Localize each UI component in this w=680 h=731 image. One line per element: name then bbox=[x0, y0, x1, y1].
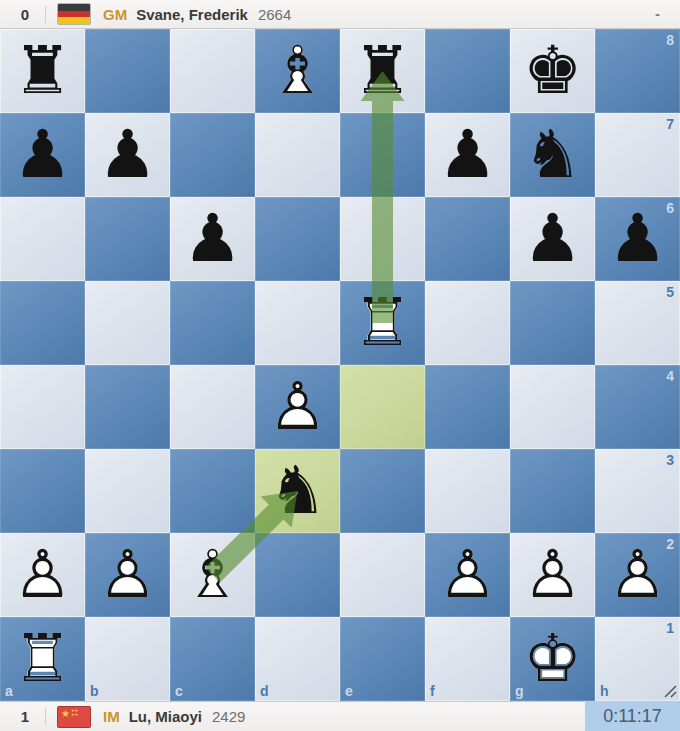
square-e2[interactable] bbox=[340, 533, 425, 617]
top-player-name: Svane, Frederik bbox=[136, 6, 248, 23]
china-flag-icon: ★★★★★ bbox=[57, 706, 91, 728]
square-b8[interactable] bbox=[85, 29, 170, 113]
square-b4[interactable] bbox=[85, 365, 170, 449]
square-b3[interactable] bbox=[85, 449, 170, 533]
square-f2[interactable]: ♟♙ bbox=[425, 533, 510, 617]
black-knight[interactable]: ♞ bbox=[255, 449, 340, 533]
square-a4[interactable] bbox=[0, 365, 85, 449]
square-d1[interactable]: d bbox=[255, 617, 340, 701]
black-pawn[interactable]: ♟ bbox=[0, 113, 85, 197]
square-c3[interactable] bbox=[170, 449, 255, 533]
square-d7[interactable] bbox=[255, 113, 340, 197]
square-h2[interactable]: 2♟♙ bbox=[595, 533, 680, 617]
black-rook[interactable]: ♜ bbox=[0, 29, 85, 113]
square-a2[interactable]: ♟♙ bbox=[0, 533, 85, 617]
square-h4[interactable]: 4 bbox=[595, 365, 680, 449]
square-a5[interactable] bbox=[0, 281, 85, 365]
square-e3[interactable] bbox=[340, 449, 425, 533]
top-player-bar[interactable]: 0 GM Svane, Frederik 2664 - bbox=[0, 0, 680, 29]
white-rook[interactable]: ♜♖ bbox=[0, 617, 85, 701]
square-e4[interactable] bbox=[340, 365, 425, 449]
file-label-f: f bbox=[430, 683, 435, 699]
bottom-player-score: 1 bbox=[14, 708, 36, 725]
rank-label-3: 3 bbox=[666, 452, 674, 468]
black-pawn[interactable]: ♟ bbox=[170, 197, 255, 281]
square-d5[interactable] bbox=[255, 281, 340, 365]
white-pawn[interactable]: ♟♙ bbox=[85, 533, 170, 617]
file-label-d: d bbox=[260, 683, 269, 699]
bottom-player-title: IM bbox=[103, 708, 120, 725]
square-e6[interactable] bbox=[340, 197, 425, 281]
square-g4[interactable] bbox=[510, 365, 595, 449]
square-h8[interactable]: 8 bbox=[595, 29, 680, 113]
square-a6[interactable] bbox=[0, 197, 85, 281]
black-pawn[interactable]: ♟ bbox=[425, 113, 510, 197]
square-c5[interactable] bbox=[170, 281, 255, 365]
white-clock-placeholder[interactable]: - bbox=[649, 9, 666, 19]
square-e1[interactable]: e bbox=[340, 617, 425, 701]
square-h5[interactable]: 5 bbox=[595, 281, 680, 365]
square-g2[interactable]: ♟♙ bbox=[510, 533, 595, 617]
square-g1[interactable]: g♚♔ bbox=[510, 617, 595, 701]
chessbase-board-window: 0 GM Svane, Frederik 2664 - ♜♝♗♜♚8♟♟♟♞7♟… bbox=[0, 0, 680, 731]
square-d4[interactable]: ♟♙ bbox=[255, 365, 340, 449]
bottom-player-rating: 2429 bbox=[212, 708, 245, 725]
square-e8[interactable]: ♜ bbox=[340, 29, 425, 113]
white-bishop[interactable]: ♝♗ bbox=[170, 533, 255, 617]
square-b2[interactable]: ♟♙ bbox=[85, 533, 170, 617]
square-f1[interactable]: f bbox=[425, 617, 510, 701]
black-knight[interactable]: ♞ bbox=[510, 113, 595, 197]
square-d2[interactable] bbox=[255, 533, 340, 617]
white-rook[interactable]: ♜♖ bbox=[340, 281, 425, 365]
file-label-e: e bbox=[345, 683, 353, 699]
rank-label-1: 1 bbox=[666, 620, 674, 636]
square-f3[interactable] bbox=[425, 449, 510, 533]
square-e5[interactable]: ♜♖ bbox=[340, 281, 425, 365]
file-label-b: b bbox=[90, 683, 99, 699]
top-player-title: GM bbox=[103, 6, 127, 23]
square-b5[interactable] bbox=[85, 281, 170, 365]
square-e7[interactable] bbox=[340, 113, 425, 197]
white-king[interactable]: ♚♔ bbox=[510, 617, 595, 701]
square-b7[interactable]: ♟ bbox=[85, 113, 170, 197]
bottom-player-bar[interactable]: 1 ★★★★★ IM Lu, Miaoyi 2429 0:11:17 bbox=[0, 701, 680, 731]
square-f6[interactable] bbox=[425, 197, 510, 281]
square-b6[interactable] bbox=[85, 197, 170, 281]
white-bishop[interactable]: ♝♗ bbox=[255, 29, 340, 113]
white-pawn[interactable]: ♟♙ bbox=[510, 533, 595, 617]
square-g7[interactable]: ♞ bbox=[510, 113, 595, 197]
square-a3[interactable] bbox=[0, 449, 85, 533]
square-g3[interactable] bbox=[510, 449, 595, 533]
square-c7[interactable] bbox=[170, 113, 255, 197]
square-d6[interactable] bbox=[255, 197, 340, 281]
germany-flag-icon bbox=[57, 3, 91, 25]
white-pawn[interactable]: ♟♙ bbox=[255, 365, 340, 449]
file-label-h: h bbox=[600, 683, 609, 699]
separator bbox=[45, 708, 46, 725]
black-pawn[interactable]: ♟ bbox=[595, 197, 680, 281]
separator bbox=[45, 6, 46, 23]
square-b1[interactable]: b bbox=[85, 617, 170, 701]
rank-label-4: 4 bbox=[666, 368, 674, 384]
square-c6[interactable]: ♟ bbox=[170, 197, 255, 281]
square-g5[interactable] bbox=[510, 281, 595, 365]
top-player-rating: 2664 bbox=[258, 6, 291, 23]
square-h7[interactable]: 7 bbox=[595, 113, 680, 197]
square-f7[interactable]: ♟ bbox=[425, 113, 510, 197]
square-g6[interactable]: ♟ bbox=[510, 197, 595, 281]
square-f4[interactable] bbox=[425, 365, 510, 449]
square-d3[interactable]: ♞ bbox=[255, 449, 340, 533]
square-h6[interactable]: 6♟ bbox=[595, 197, 680, 281]
white-pawn[interactable]: ♟♙ bbox=[425, 533, 510, 617]
top-player-score: 0 bbox=[14, 6, 36, 23]
square-c4[interactable] bbox=[170, 365, 255, 449]
square-a1[interactable]: a♜♖ bbox=[0, 617, 85, 701]
black-clock: 0:11:17 bbox=[585, 702, 680, 731]
black-pawn[interactable]: ♟ bbox=[85, 113, 170, 197]
black-pawn[interactable]: ♟ bbox=[510, 197, 595, 281]
square-f8[interactable] bbox=[425, 29, 510, 113]
square-a7[interactable]: ♟ bbox=[0, 113, 85, 197]
resize-handle[interactable] bbox=[661, 682, 677, 698]
square-c8[interactable] bbox=[170, 29, 255, 113]
square-d8[interactable]: ♝♗ bbox=[255, 29, 340, 113]
square-h3[interactable]: 3 bbox=[595, 449, 680, 533]
rank-label-8: 8 bbox=[666, 32, 674, 48]
square-a8[interactable]: ♜ bbox=[0, 29, 85, 113]
chess-board: ♜♝♗♜♚8♟♟♟♞7♟♟6♟♜♖5♟♙4♞3♟♙♟♙♝♗♟♙♟♙2♟♙a♜♖b… bbox=[0, 29, 680, 701]
bottom-player-name: Lu, Miaoyi bbox=[129, 708, 202, 725]
square-c1[interactable]: c bbox=[170, 617, 255, 701]
black-rook[interactable]: ♜ bbox=[340, 29, 425, 113]
file-label-c: c bbox=[175, 683, 183, 699]
white-pawn[interactable]: ♟♙ bbox=[0, 533, 85, 617]
square-c2[interactable]: ♝♗ bbox=[170, 533, 255, 617]
square-g8[interactable]: ♚ bbox=[510, 29, 595, 113]
square-f5[interactable] bbox=[425, 281, 510, 365]
black-king[interactable]: ♚ bbox=[510, 29, 595, 113]
white-pawn[interactable]: ♟♙ bbox=[595, 533, 680, 617]
rank-label-7: 7 bbox=[666, 116, 674, 132]
rank-label-5: 5 bbox=[666, 284, 674, 300]
